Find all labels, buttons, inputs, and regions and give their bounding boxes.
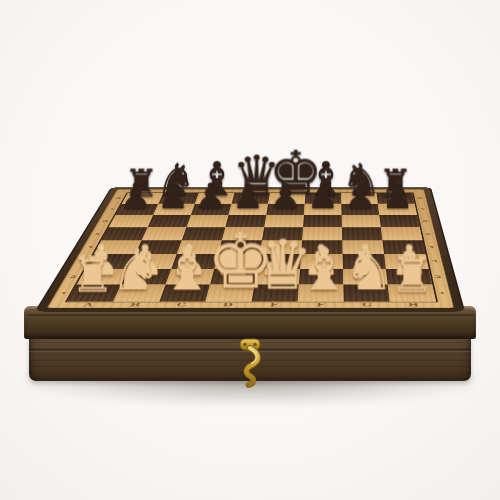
product-photo: ♜♞♝♛♚♝♞♜♟♟♟♟♟♟♟♟♟♟♟♟♟♟♟♟♜♞♝♚♛♝♞♜ ABCDEFG…	[0, 0, 500, 500]
rank-label-right-7: 7	[415, 204, 431, 215]
square-d7[interactable]: ♟	[229, 204, 269, 215]
piece-black-pawn-c7[interactable]: ♟	[192, 180, 229, 212]
piece-white-rook-a1[interactable]: ♜	[70, 252, 116, 297]
piece-white-king-d1[interactable]: ♚	[207, 227, 253, 297]
square-b6[interactable]	[148, 215, 191, 227]
square-b7[interactable]: ♟	[153, 204, 195, 215]
scene: ♜♞♝♛♚♝♞♜♟♟♟♟♟♟♟♟♟♟♟♟♟♟♟♟♜♞♝♚♛♝♞♜ ABCDEFG…	[0, 0, 500, 385]
square-e7[interactable]: ♟	[266, 204, 305, 215]
square-h6[interactable]	[379, 215, 419, 227]
piece-white-bishop-c1[interactable]: ♝	[161, 243, 207, 297]
square-h7[interactable]: ♟	[378, 204, 417, 215]
squares-grid: ♜♞♝♛♚♝♞♜♟♟♟♟♟♟♟♟♟♟♟♟♟♟♟♟♜♞♝♚♛♝♞♜	[67, 193, 436, 302]
rank-label-right-6: 6	[417, 215, 434, 227]
square-b1[interactable]: ♞	[113, 285, 165, 302]
square-c7[interactable]: ♟	[191, 204, 232, 215]
square-c1[interactable]: ♝	[159, 285, 210, 302]
square-h1[interactable]: ♜	[388, 285, 436, 302]
square-g1[interactable]: ♞	[343, 285, 390, 302]
piece-black-pawn-e7[interactable]: ♟	[267, 180, 304, 212]
piece-white-knight-b1[interactable]: ♞	[115, 245, 161, 297]
chess-board: ♜♞♝♛♚♝♞♜♟♟♟♟♟♟♟♟♟♟♟♟♟♟♟♟♜♞♝♚♛♝♞♜ ABCDEFG…	[37, 188, 463, 311]
piece-white-rook-h1[interactable]: ♜	[389, 252, 435, 297]
piece-black-pawn-g7[interactable]: ♟	[342, 180, 379, 212]
square-g7[interactable]: ♟	[341, 204, 379, 215]
square-f7[interactable]: ♟	[304, 204, 342, 215]
piece-black-pawn-a7[interactable]: ♟	[117, 180, 154, 212]
square-a7[interactable]: ♟	[115, 204, 158, 215]
square-g6[interactable]	[342, 215, 381, 227]
piece-black-pawn-b7[interactable]: ♟	[155, 180, 192, 212]
piece-black-pawn-d7[interactable]: ♟	[229, 180, 266, 212]
square-a6[interactable]	[109, 215, 153, 227]
piece-white-knight-g1[interactable]: ♞	[344, 245, 390, 297]
piece-black-pawn-f7[interactable]: ♟	[304, 180, 341, 212]
square-d1[interactable]: ♚	[206, 285, 255, 302]
piece-black-pawn-h7[interactable]: ♟	[379, 180, 416, 212]
